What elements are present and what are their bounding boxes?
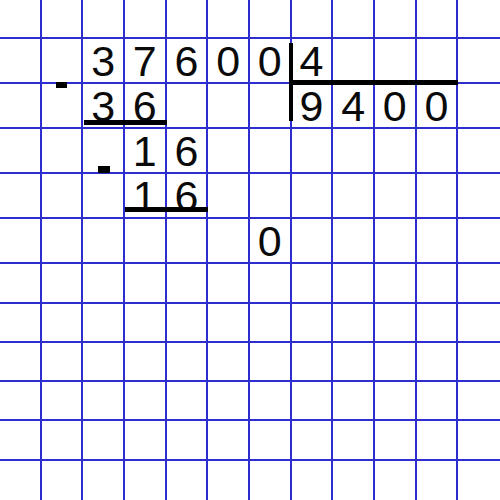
cell-r10c5 (167, 382, 209, 421)
cell-r2c2 (42, 39, 84, 84)
cell-r10c7 (250, 382, 292, 421)
cell-r9c12 (458, 343, 500, 382)
cell-r4c12 (458, 129, 500, 174)
cell-r6c5 (167, 219, 209, 264)
cell-r12c1 (0, 461, 42, 500)
cell-r4c6 (208, 129, 250, 174)
cell-r3c11: 0 (417, 84, 459, 129)
cell-r9c10 (375, 343, 417, 382)
cell-r11c7 (250, 421, 292, 460)
digit: 3 (91, 40, 115, 83)
digit: 1 (133, 130, 157, 173)
cell-r9c3 (83, 343, 125, 382)
cell-r8c1 (0, 304, 42, 343)
cell-r11c12 (458, 421, 500, 460)
cell-r11c4 (125, 421, 167, 460)
cell-r1c8 (292, 0, 334, 39)
cell-r11c1 (0, 421, 42, 460)
cell-r8c4 (125, 304, 167, 343)
cell-r12c10 (375, 461, 417, 500)
cell-r9c5 (167, 343, 209, 382)
cell-r9c1 (0, 343, 42, 382)
cell-r10c2 (42, 382, 84, 421)
cell-r4c4: 1 (125, 129, 167, 174)
cell-r12c11 (417, 461, 459, 500)
cell-r6c11 (417, 219, 459, 264)
cell-r4c7 (250, 129, 292, 174)
cell-r12c5 (167, 461, 209, 500)
cell-r10c4 (125, 382, 167, 421)
cell-r3c3: 3 (83, 84, 125, 129)
cell-r10c11 (417, 382, 459, 421)
cell-r6c7: 0 (250, 219, 292, 264)
cell-r4c3 (83, 129, 125, 174)
cell-r2c8: 4 (292, 39, 334, 84)
cell-r3c4: 6 (125, 84, 167, 129)
cell-r12c2 (42, 461, 84, 500)
cell-r7c6 (208, 264, 250, 303)
cell-r11c6 (208, 421, 250, 460)
cell-r8c10 (375, 304, 417, 343)
cell-r8c7 (250, 304, 292, 343)
cell-r7c12 (458, 264, 500, 303)
cell-r12c9 (333, 461, 375, 500)
digit: 0 (216, 40, 240, 83)
cell-r7c10 (375, 264, 417, 303)
digit: 6 (133, 85, 157, 128)
cell-r5c11 (417, 174, 459, 219)
cell-r2c4: 7 (125, 39, 167, 84)
cell-r11c3 (83, 421, 125, 460)
cell-r6c9 (333, 219, 375, 264)
digit: 6 (175, 40, 199, 83)
cell-r8c11 (417, 304, 459, 343)
cell-r7c2 (42, 264, 84, 303)
cell-r8c9 (333, 304, 375, 343)
cell-r1c3 (83, 0, 125, 39)
cell-r11c11 (417, 421, 459, 460)
cell-r3c5 (167, 84, 209, 129)
cell-r12c12 (458, 461, 500, 500)
cell-r5c5: 6 (167, 174, 209, 219)
cell-r10c8 (292, 382, 334, 421)
cell-r2c6: 0 (208, 39, 250, 84)
cell-r5c8 (292, 174, 334, 219)
digit: 0 (258, 220, 282, 263)
cell-r6c2 (42, 219, 84, 264)
cell-r6c12 (458, 219, 500, 264)
cell-r4c1 (0, 129, 42, 174)
cell-r2c11 (417, 39, 459, 84)
digit: 4 (341, 85, 365, 128)
digit: 6 (175, 175, 199, 218)
cell-r5c10 (375, 174, 417, 219)
cell-r9c8 (292, 343, 334, 382)
cell-r5c7 (250, 174, 292, 219)
cell-r3c10: 0 (375, 84, 417, 129)
cell-r8c6 (208, 304, 250, 343)
cell-r7c11 (417, 264, 459, 303)
cell-r1c4 (125, 0, 167, 39)
cell-r6c3 (83, 219, 125, 264)
cell-r10c1 (0, 382, 42, 421)
cell-r11c10 (375, 421, 417, 460)
cell-r10c6 (208, 382, 250, 421)
digit: 4 (300, 40, 324, 83)
cell-r10c12 (458, 382, 500, 421)
digit: 9 (300, 85, 324, 128)
cell-r2c3: 3 (83, 39, 125, 84)
digit: 0 (425, 85, 449, 128)
cell-r7c7 (250, 264, 292, 303)
cell-r8c5 (167, 304, 209, 343)
digit: 3 (91, 85, 115, 128)
cell-r10c10 (375, 382, 417, 421)
cell-r1c6 (208, 0, 250, 39)
cell-r1c9 (333, 0, 375, 39)
cell-r4c9 (333, 129, 375, 174)
cell-r1c10 (375, 0, 417, 39)
cell-r1c12 (458, 0, 500, 39)
cell-r2c9 (333, 39, 375, 84)
cell-r4c10 (375, 129, 417, 174)
digit: 7 (133, 40, 157, 83)
cell-r3c7 (250, 84, 292, 129)
cell-r2c10 (375, 39, 417, 84)
cell-r3c2 (42, 84, 84, 129)
cell-r7c3 (83, 264, 125, 303)
cell-r6c8 (292, 219, 334, 264)
cell-r10c9 (333, 382, 375, 421)
cell-r1c7 (250, 0, 292, 39)
cell-r3c1 (0, 84, 42, 129)
cell-r5c9 (333, 174, 375, 219)
cell-r8c2 (42, 304, 84, 343)
cell-r6c4 (125, 219, 167, 264)
cell-r3c12 (458, 84, 500, 129)
cell-r1c5 (167, 0, 209, 39)
cell-r7c4 (125, 264, 167, 303)
cell-r1c11 (417, 0, 459, 39)
cell-r3c6 (208, 84, 250, 129)
cell-r9c9 (333, 343, 375, 382)
cell-r7c9 (333, 264, 375, 303)
cell-r8c8 (292, 304, 334, 343)
cell-r5c12 (458, 174, 500, 219)
cell-r9c2 (42, 343, 84, 382)
cell-r4c2 (42, 129, 84, 174)
cell-r2c7: 0 (250, 39, 292, 84)
digit: 6 (175, 130, 199, 173)
cell-r11c5 (167, 421, 209, 460)
digit: 0 (258, 40, 282, 83)
cell-r11c9 (333, 421, 375, 460)
cell-r12c4 (125, 461, 167, 500)
cell-r12c6 (208, 461, 250, 500)
cell-r3c8: 9 (292, 84, 334, 129)
cell-r5c2 (42, 174, 84, 219)
cell-r2c12 (458, 39, 500, 84)
cell-r12c3 (83, 461, 125, 500)
cell-r11c2 (42, 421, 84, 460)
digit: 1 (133, 175, 157, 218)
division-grid: 37600436940016160 (0, 0, 500, 500)
cell-r9c11 (417, 343, 459, 382)
cell-r6c10 (375, 219, 417, 264)
cell-r6c6 (208, 219, 250, 264)
cell-r5c1 (0, 174, 42, 219)
cell-r1c2 (42, 0, 84, 39)
cell-r7c8 (292, 264, 334, 303)
cell-r2c1 (0, 39, 42, 84)
cell-r5c4: 1 (125, 174, 167, 219)
cell-r4c11 (417, 129, 459, 174)
cell-r4c8 (292, 129, 334, 174)
cell-r3c9: 4 (333, 84, 375, 129)
cell-r5c3 (83, 174, 125, 219)
cell-r6c1 (0, 219, 42, 264)
cell-r9c4 (125, 343, 167, 382)
squared-paper-board: 37600436940016160 (0, 0, 500, 500)
cell-r2c5: 6 (167, 39, 209, 84)
cell-r1c1 (0, 0, 42, 39)
cell-r8c12 (458, 304, 500, 343)
cell-r5c6 (208, 174, 250, 219)
cell-r11c8 (292, 421, 334, 460)
cell-r12c8 (292, 461, 334, 500)
cell-r4c5: 6 (167, 129, 209, 174)
cell-r8c3 (83, 304, 125, 343)
cell-r7c1 (0, 264, 42, 303)
cell-r9c6 (208, 343, 250, 382)
cell-r10c3 (83, 382, 125, 421)
digit: 0 (383, 85, 407, 128)
cell-r7c5 (167, 264, 209, 303)
cell-r12c7 (250, 461, 292, 500)
cell-r9c7 (250, 343, 292, 382)
